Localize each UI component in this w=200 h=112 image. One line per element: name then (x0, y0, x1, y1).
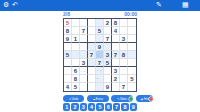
sudoku-cell[interactable] (128, 51, 136, 59)
toolbar: ↺ Undo▰ Erase✎ Notes◉ Hint (63, 95, 137, 102)
sudoku-cell[interactable] (104, 43, 112, 51)
apps-grid-icon[interactable]: ▦ (182, 0, 189, 10)
erase-button[interactable]: ▰ Erase (87, 95, 109, 102)
sudoku-cell[interactable] (80, 43, 88, 51)
pencil-notes: 12 (96, 67, 103, 74)
given-digit: 7 (114, 52, 117, 58)
given-digit: 8 (74, 76, 77, 82)
given-digit: 9 (98, 44, 101, 50)
pencil-notes: 59 (96, 75, 103, 82)
sudoku-cell[interactable] (88, 43, 96, 51)
sudoku-cell[interactable] (104, 67, 112, 75)
sudoku-cell[interactable]: 8 (120, 51, 128, 59)
given-digit: 3 (82, 60, 85, 66)
sudoku-cell[interactable] (72, 43, 80, 51)
sudoku-cell[interactable]: 5 (64, 51, 72, 59)
given-digit: 6 (74, 68, 77, 74)
sudoku-cell[interactable] (128, 35, 136, 43)
given-digit: 4 (114, 28, 117, 34)
sudoku-cell[interactable] (128, 43, 136, 51)
sudoku-cell[interactable]: 5 (72, 83, 80, 91)
given-digit: 5 (74, 84, 77, 90)
sudoku-cell[interactable] (72, 51, 80, 59)
undo-icon: ↺ Undo (69, 97, 78, 100)
sudoku-cell[interactable] (120, 75, 128, 83)
bulb-icon: ◉ Hint (141, 97, 149, 100)
numpad-button-6[interactable]: 6 (105, 103, 112, 111)
given-digit: 9 (106, 84, 109, 90)
pen-icon[interactable]: ✎ (156, 0, 162, 10)
sudoku-cell[interactable] (88, 35, 96, 43)
sudoku-cell[interactable] (128, 19, 136, 27)
error-digit: 5 (66, 20, 69, 26)
sudoku-cell[interactable] (128, 67, 136, 75)
hint-badge (149, 97, 153, 101)
sudoku-cell[interactable]: 2 (104, 19, 112, 27)
sudoku-cell[interactable] (88, 83, 96, 91)
given-digit: 5 (106, 60, 109, 66)
sudoku-cell[interactable] (88, 59, 96, 67)
sudoku-cell[interactable]: 2 (112, 75, 120, 83)
sudoku-cell[interactable] (120, 43, 128, 51)
sudoku-cell[interactable] (72, 19, 80, 27)
hint-button[interactable]: ◉ Hint (136, 95, 154, 102)
sudoku-cell[interactable] (104, 75, 112, 83)
sudoku-cell[interactable]: 12 (96, 67, 104, 75)
undo-arrow-icon[interactable]: ↶ (12, 0, 18, 10)
notes-badge (129, 97, 133, 101)
sudoku-cell[interactable] (80, 83, 88, 91)
numpad-button-2[interactable]: 2 (71, 103, 78, 111)
sudoku-cell[interactable]: 9 (96, 43, 104, 51)
numpad-button-9[interactable]: 9 (130, 103, 137, 111)
pencil-icon: ✎ Notes (117, 97, 127, 100)
sudoku-cell[interactable] (128, 59, 136, 67)
sudoku-cell[interactable] (88, 19, 96, 27)
sudoku-cell[interactable]: 7 (88, 51, 96, 59)
timer-label: 00:00 (63, 11, 137, 18)
sudoku-cell[interactable]: 6 (72, 67, 80, 75)
sudoku-cell[interactable] (80, 51, 88, 59)
sudoku-cell[interactable] (96, 35, 104, 43)
given-digit: 5 (66, 52, 69, 58)
sudoku-cell[interactable]: 1 (96, 51, 104, 59)
numpad-button-1[interactable]: 1 (63, 103, 70, 111)
sudoku-cell[interactable] (112, 59, 120, 67)
numpad-button-4[interactable]: 4 (88, 103, 95, 111)
notes-button[interactable]: ✎ Notes (111, 95, 133, 102)
sudoku-cell[interactable]: 4 (64, 83, 72, 91)
sudoku-cell[interactable] (96, 19, 104, 27)
pencil-notes: 1 (96, 51, 103, 58)
sudoku-cell[interactable]: 1 (72, 35, 80, 43)
undo-button[interactable]: ↺ Undo (63, 95, 84, 102)
eraser-icon: ▰ Erase (93, 97, 103, 100)
sudoku-cell[interactable]: 7 (80, 27, 88, 35)
given-digit: 7 (106, 36, 109, 42)
sudoku-cell[interactable]: 3 (112, 67, 120, 75)
sudoku-cell[interactable] (120, 27, 128, 35)
given-digit: 2 (106, 20, 109, 26)
sudoku-cell[interactable]: 8 (112, 19, 120, 27)
sudoku-cell[interactable] (88, 67, 96, 75)
given-digit: 3 (106, 52, 109, 58)
sudoku-cell[interactable]: 8 (72, 75, 80, 83)
sudoku-cell[interactable]: 5 (128, 75, 136, 83)
sudoku-cell[interactable]: 59 (96, 75, 104, 83)
given-digit: 8 (114, 20, 117, 26)
sudoku-cell[interactable] (88, 27, 96, 35)
given-digit: 7 (122, 84, 125, 90)
sudoku-cell[interactable] (80, 35, 88, 43)
sudoku-cell[interactable] (96, 83, 104, 91)
given-digit: 5 (130, 76, 133, 82)
sudoku-cell[interactable]: 7 (96, 59, 104, 67)
given-digit: 7 (98, 60, 101, 66)
sudoku-cell[interactable] (72, 27, 80, 35)
sudoku-cell[interactable] (112, 35, 120, 43)
sudoku-cell[interactable] (88, 75, 96, 83)
sudoku-cell[interactable]: 45 (80, 67, 88, 75)
gear-icon[interactable]: ⚙ (3, 0, 9, 10)
sudoku-cell[interactable] (80, 75, 88, 83)
numpad: 123456789 (63, 103, 137, 111)
numpad-button-7[interactable]: 7 (113, 103, 120, 111)
sudoku-cell[interactable]: 7 (112, 51, 120, 59)
sudoku-cell[interactable] (72, 59, 80, 67)
given-digit: 7 (82, 28, 85, 34)
sudoku-cell[interactable] (112, 43, 120, 51)
sudoku-board: 528875491739571378375645123859254597 (63, 18, 137, 92)
sudoku-cell[interactable] (64, 67, 72, 75)
sudoku-cell[interactable] (120, 67, 128, 75)
numpad-button-3[interactable]: 3 (80, 103, 87, 111)
sudoku-cell[interactable]: 5 (96, 27, 104, 35)
sudoku-cell[interactable] (64, 43, 72, 51)
given-digit: 4 (66, 84, 69, 90)
sudoku-cell[interactable] (120, 19, 128, 27)
sudoku-cell[interactable] (64, 59, 72, 67)
sudoku-cell[interactable]: 9 (64, 35, 72, 43)
numpad-button-5[interactable]: 5 (96, 103, 103, 111)
sudoku-cell[interactable] (80, 19, 88, 27)
sudoku-cell[interactable]: 7 (104, 35, 112, 43)
pencil-notes: 45 (80, 67, 87, 74)
sudoku-cell[interactable]: 9 (104, 83, 112, 91)
sudoku-cell[interactable]: 5 (64, 19, 72, 27)
given-digit: 2 (114, 76, 117, 82)
given-digit: 9 (66, 36, 69, 42)
sudoku-cell[interactable] (128, 83, 136, 91)
sudoku-cell[interactable] (112, 83, 120, 91)
sudoku-cell[interactable] (104, 27, 112, 35)
sudoku-cell[interactable] (128, 27, 136, 35)
sudoku-cell[interactable]: 3 (80, 59, 88, 67)
top-bar: ⚙ ↶ ✎ ▦ (0, 0, 200, 11)
given-digit: 3 (114, 68, 117, 74)
given-digit: 3 (122, 36, 125, 42)
numpad-button-8[interactable]: 8 (121, 103, 128, 111)
sudoku-cell[interactable]: 7 (120, 83, 128, 91)
sudoku-cell[interactable] (120, 59, 128, 67)
sudoku-cell[interactable]: 8 (64, 27, 72, 35)
given-digit: 8 (122, 52, 125, 58)
given-digit: 7 (90, 52, 93, 58)
sudoku-cell[interactable]: 4 (112, 27, 120, 35)
sudoku-cell[interactable]: 3 (104, 51, 112, 59)
sudoku-cell[interactable] (64, 75, 72, 83)
sudoku-cell[interactable]: 5 (104, 59, 112, 67)
given-digit: 5 (98, 28, 101, 34)
given-digit: 8 (66, 28, 69, 34)
sudoku-cell[interactable]: 3 (120, 35, 128, 43)
given-digit: 1 (74, 36, 77, 42)
